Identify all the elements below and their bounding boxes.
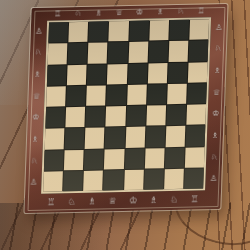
square bbox=[104, 149, 124, 170]
square bbox=[189, 19, 209, 40]
photo-of-chessboard: ♖♘♗♕♔♗♘♖ ♖♘♗♕♔♗♘♖ ♙♘♗♕♔♗♘♙ ♙♘♗♕♔♗♘♙ bbox=[0, 0, 250, 250]
square bbox=[125, 127, 145, 148]
square bbox=[126, 106, 146, 127]
square bbox=[128, 42, 148, 63]
playing-field bbox=[41, 17, 211, 194]
square bbox=[144, 169, 164, 190]
border-ornament-icon: ♖ bbox=[191, 4, 212, 17]
square bbox=[86, 85, 106, 106]
square bbox=[83, 170, 103, 191]
border-ornament-icon: ♔ bbox=[207, 103, 224, 125]
border-ornament-icon: ♘ bbox=[170, 5, 191, 18]
border-ornament-icon: ♙ bbox=[25, 172, 42, 194]
chessboard: ♖♘♗♕♔♗♘♖ ♖♘♗♕♔♗♘♖ ♙♘♗♕♔♗♘♙ ♙♘♗♕♔♗♘♙ bbox=[24, 4, 227, 213]
square bbox=[146, 105, 166, 126]
square bbox=[188, 62, 208, 83]
border-ornament-icon: ♕ bbox=[109, 6, 130, 19]
border-ornament-icon: ♘ bbox=[68, 7, 89, 20]
square bbox=[47, 65, 67, 86]
square bbox=[48, 22, 68, 43]
square bbox=[145, 126, 165, 147]
border-ornament-icon: ♖ bbox=[47, 7, 68, 20]
square bbox=[68, 43, 88, 64]
square bbox=[168, 41, 188, 62]
border-ornaments-bottom: ♖♘♗♕♔♗♘♖ bbox=[40, 190, 205, 212]
border-ornament-icon: ♗ bbox=[81, 193, 102, 212]
square bbox=[127, 63, 147, 84]
border-ornament-icon: ♗ bbox=[207, 125, 224, 147]
square bbox=[184, 168, 204, 189]
square bbox=[149, 20, 169, 41]
square bbox=[107, 63, 127, 84]
square bbox=[105, 127, 125, 148]
square bbox=[88, 43, 108, 64]
square bbox=[169, 20, 189, 41]
border-ornament-icon: ♗ bbox=[150, 5, 171, 18]
square bbox=[43, 171, 63, 192]
square bbox=[168, 62, 188, 83]
square bbox=[148, 41, 168, 62]
border-ornament-icon: ♘ bbox=[163, 191, 184, 210]
square bbox=[165, 147, 185, 168]
square bbox=[164, 169, 184, 190]
square bbox=[147, 84, 167, 105]
square bbox=[66, 86, 86, 107]
border-ornament-icon: ♘ bbox=[30, 42, 47, 64]
square bbox=[129, 21, 149, 42]
square bbox=[185, 147, 205, 168]
square bbox=[84, 149, 104, 170]
square bbox=[85, 128, 105, 149]
border-ornament-icon: ♔ bbox=[129, 5, 150, 18]
square bbox=[65, 128, 85, 149]
border-ornament-icon: ♔ bbox=[122, 192, 143, 211]
square bbox=[166, 105, 186, 126]
square bbox=[188, 41, 208, 62]
square bbox=[104, 170, 124, 191]
border-ornament-icon: ♕ bbox=[102, 192, 123, 211]
square bbox=[108, 42, 128, 63]
border-ornament-icon: ♙ bbox=[30, 21, 47, 43]
square bbox=[124, 169, 144, 190]
square bbox=[64, 149, 84, 170]
square bbox=[167, 83, 187, 104]
border-ornament-icon: ♖ bbox=[40, 193, 61, 212]
square bbox=[106, 106, 126, 127]
border-ornament-icon: ♗ bbox=[27, 129, 44, 151]
border-ornament-icon: ♕ bbox=[28, 86, 45, 108]
border-ornament-icon: ♗ bbox=[88, 6, 109, 19]
border-ornament-icon: ♘ bbox=[206, 147, 223, 169]
square bbox=[45, 129, 65, 150]
border-ornament-icon: ♘ bbox=[61, 193, 82, 212]
square bbox=[107, 85, 127, 106]
square bbox=[66, 107, 86, 128]
square bbox=[86, 106, 106, 127]
square bbox=[127, 84, 147, 105]
border-ornament-icon: ♗ bbox=[209, 60, 226, 82]
border-ornament-icon: ♔ bbox=[27, 107, 44, 129]
square bbox=[44, 150, 64, 171]
square bbox=[89, 21, 109, 42]
square bbox=[186, 104, 206, 125]
square bbox=[145, 148, 165, 169]
square bbox=[124, 148, 144, 169]
square bbox=[63, 171, 83, 192]
border-ornament-icon: ♘ bbox=[26, 151, 43, 173]
square bbox=[147, 63, 167, 84]
square bbox=[185, 126, 205, 147]
border-ornament-icon: ♕ bbox=[208, 82, 225, 104]
square bbox=[45, 107, 65, 128]
square bbox=[187, 83, 207, 104]
border-ornament-icon: ♗ bbox=[29, 64, 46, 86]
square bbox=[165, 126, 185, 147]
border-ornament-icon: ♖ bbox=[184, 190, 205, 209]
square bbox=[46, 86, 66, 107]
square bbox=[48, 43, 68, 64]
square bbox=[68, 22, 88, 43]
border-ornament-icon: ♘ bbox=[210, 39, 227, 61]
border-ornament-icon: ♙ bbox=[205, 168, 222, 190]
border-ornament-icon: ♙ bbox=[210, 17, 227, 39]
square bbox=[109, 21, 129, 42]
square bbox=[67, 64, 87, 85]
square bbox=[87, 64, 107, 85]
border-ornament-icon: ♗ bbox=[143, 191, 164, 210]
